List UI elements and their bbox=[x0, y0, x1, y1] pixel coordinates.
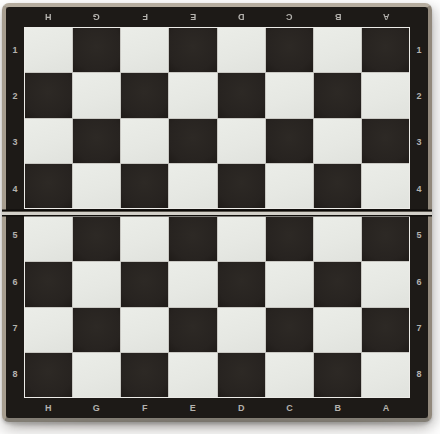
rank-label: 4 bbox=[410, 166, 428, 212]
square-f7[interactable] bbox=[121, 308, 168, 352]
chess-board: HGFEDCBA 12345678 12345678 HGFEDCBA bbox=[2, 3, 432, 422]
square-c8[interactable] bbox=[266, 353, 313, 397]
square-e2[interactable] bbox=[169, 73, 216, 117]
square-a4[interactable] bbox=[362, 164, 409, 208]
square-f6[interactable] bbox=[121, 262, 168, 306]
square-c2[interactable] bbox=[266, 73, 313, 117]
square-e6[interactable] bbox=[169, 262, 216, 306]
square-f2[interactable] bbox=[121, 73, 168, 117]
rank-label: 5 bbox=[6, 213, 24, 259]
board-drop-shadow bbox=[10, 420, 426, 430]
file-label: D bbox=[217, 7, 265, 27]
square-e1[interactable] bbox=[169, 28, 216, 72]
square-g7[interactable] bbox=[73, 308, 120, 352]
rank-label: 4 bbox=[6, 166, 24, 212]
square-c6[interactable] bbox=[266, 262, 313, 306]
file-label: B bbox=[314, 398, 362, 418]
square-f3[interactable] bbox=[121, 119, 168, 163]
square-c7[interactable] bbox=[266, 308, 313, 352]
square-g5[interactable] bbox=[73, 217, 120, 261]
square-e4[interactable] bbox=[169, 164, 216, 208]
square-e3[interactable] bbox=[169, 119, 216, 163]
square-f4[interactable] bbox=[121, 164, 168, 208]
square-g1[interactable] bbox=[73, 28, 120, 72]
square-h5[interactable] bbox=[25, 217, 72, 261]
file-label: C bbox=[265, 398, 313, 418]
square-b4[interactable] bbox=[314, 164, 361, 208]
rank-label: 1 bbox=[410, 27, 428, 73]
square-e7[interactable] bbox=[169, 308, 216, 352]
file-label: F bbox=[121, 398, 169, 418]
square-h3[interactable] bbox=[25, 119, 72, 163]
square-a6[interactable] bbox=[362, 262, 409, 306]
square-f1[interactable] bbox=[121, 28, 168, 72]
file-label: H bbox=[24, 398, 72, 418]
square-f5[interactable] bbox=[121, 217, 168, 261]
file-label: G bbox=[72, 398, 120, 418]
rank-label: 8 bbox=[6, 352, 24, 398]
square-h6[interactable] bbox=[25, 262, 72, 306]
square-a7[interactable] bbox=[362, 308, 409, 352]
rank-label: 2 bbox=[410, 73, 428, 119]
square-g6[interactable] bbox=[73, 262, 120, 306]
square-d2[interactable] bbox=[218, 73, 265, 117]
square-d4[interactable] bbox=[218, 164, 265, 208]
file-label: G bbox=[72, 7, 120, 27]
square-h4[interactable] bbox=[25, 164, 72, 208]
board-fold-seam bbox=[2, 209, 432, 216]
file-label: C bbox=[265, 7, 313, 27]
square-a3[interactable] bbox=[362, 119, 409, 163]
square-a1[interactable] bbox=[362, 28, 409, 72]
rank-label: 7 bbox=[410, 305, 428, 351]
file-label: A bbox=[362, 7, 410, 27]
rank-label: 5 bbox=[410, 213, 428, 259]
rank-label: 6 bbox=[6, 259, 24, 305]
square-h8[interactable] bbox=[25, 353, 72, 397]
square-b5[interactable] bbox=[314, 217, 361, 261]
square-h2[interactable] bbox=[25, 73, 72, 117]
file-label: E bbox=[169, 7, 217, 27]
file-label: E bbox=[169, 398, 217, 418]
rank-label: 6 bbox=[410, 259, 428, 305]
file-label: D bbox=[217, 398, 265, 418]
file-labels-top: HGFEDCBA bbox=[24, 7, 410, 27]
square-d5[interactable] bbox=[218, 217, 265, 261]
board-half-bottom bbox=[24, 216, 410, 398]
square-b3[interactable] bbox=[314, 119, 361, 163]
square-d8[interactable] bbox=[218, 353, 265, 397]
square-g2[interactable] bbox=[73, 73, 120, 117]
square-b6[interactable] bbox=[314, 262, 361, 306]
square-f8[interactable] bbox=[121, 353, 168, 397]
square-a2[interactable] bbox=[362, 73, 409, 117]
square-b2[interactable] bbox=[314, 73, 361, 117]
file-label: B bbox=[314, 7, 362, 27]
file-label: F bbox=[121, 7, 169, 27]
file-label: H bbox=[24, 7, 72, 27]
rank-label: 1 bbox=[6, 27, 24, 73]
square-a5[interactable] bbox=[362, 217, 409, 261]
square-a8[interactable] bbox=[362, 353, 409, 397]
square-h1[interactable] bbox=[25, 28, 72, 72]
square-b7[interactable] bbox=[314, 308, 361, 352]
board-half-top bbox=[24, 27, 410, 209]
square-d1[interactable] bbox=[218, 28, 265, 72]
square-b8[interactable] bbox=[314, 353, 361, 397]
square-g4[interactable] bbox=[73, 164, 120, 208]
square-d6[interactable] bbox=[218, 262, 265, 306]
square-e5[interactable] bbox=[169, 217, 216, 261]
product-photo: HGFEDCBA 12345678 12345678 HGFEDCBA bbox=[0, 0, 440, 434]
square-c4[interactable] bbox=[266, 164, 313, 208]
file-label: A bbox=[362, 398, 410, 418]
square-e8[interactable] bbox=[169, 353, 216, 397]
rank-label: 7 bbox=[6, 305, 24, 351]
file-labels-bottom: HGFEDCBA bbox=[24, 398, 410, 418]
square-d3[interactable] bbox=[218, 119, 265, 163]
rank-label: 3 bbox=[410, 120, 428, 166]
rank-label: 8 bbox=[410, 352, 428, 398]
square-d7[interactable] bbox=[218, 308, 265, 352]
square-b1[interactable] bbox=[314, 28, 361, 72]
square-g8[interactable] bbox=[73, 353, 120, 397]
square-c1[interactable] bbox=[266, 28, 313, 72]
square-c5[interactable] bbox=[266, 217, 313, 261]
square-g3[interactable] bbox=[73, 119, 120, 163]
square-h7[interactable] bbox=[25, 308, 72, 352]
rank-label: 2 bbox=[6, 73, 24, 119]
square-c3[interactable] bbox=[266, 119, 313, 163]
rank-label: 3 bbox=[6, 120, 24, 166]
